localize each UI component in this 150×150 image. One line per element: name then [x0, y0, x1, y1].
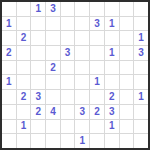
- cell-r6c1-clue[interactable]: 1: [2, 75, 16, 89]
- cell-r8c6-clue[interactable]: 3: [75, 105, 89, 119]
- cell-r4c10-clue[interactable]: 3: [134, 46, 148, 60]
- cell-r7c3-clue[interactable]: 3: [31, 90, 45, 104]
- cell-r8c10[interactable]: [134, 105, 148, 119]
- cell-r7c5[interactable]: [61, 90, 75, 104]
- cell-r3c3[interactable]: [31, 31, 45, 45]
- cell-r10c7[interactable]: [90, 134, 104, 148]
- cell-r8c1[interactable]: [2, 105, 16, 119]
- cell-r1c1[interactable]: [2, 2, 16, 16]
- cell-r2c4[interactable]: [46, 17, 60, 31]
- cell-r10c2[interactable]: [17, 134, 31, 148]
- cell-r1c2[interactable]: [17, 2, 31, 16]
- cell-r4c1-clue[interactable]: 2: [2, 46, 16, 60]
- cell-r3c1[interactable]: [2, 31, 16, 45]
- cell-r9c1[interactable]: [2, 120, 16, 134]
- cell-r4c8-clue[interactable]: 1: [105, 46, 119, 60]
- cell-r10c1[interactable]: [2, 134, 16, 148]
- cell-r1c6[interactable]: [75, 2, 89, 16]
- cell-r1c3-clue[interactable]: 1: [31, 2, 45, 16]
- cell-r10c3[interactable]: [31, 134, 45, 148]
- cell-r5c5[interactable]: [61, 61, 75, 75]
- cell-r10c10[interactable]: [134, 134, 148, 148]
- cell-r5c4-clue[interactable]: 2: [46, 61, 60, 75]
- cell-r8c2[interactable]: [17, 105, 31, 119]
- cell-r4c3[interactable]: [31, 46, 45, 60]
- puzzle-board: 13131212313211232124323111: [0, 0, 150, 150]
- cell-r5c1[interactable]: [2, 61, 16, 75]
- cell-r7c9[interactable]: [120, 90, 134, 104]
- cell-r3c5[interactable]: [61, 31, 75, 45]
- cell-r7c1[interactable]: [2, 90, 16, 104]
- cell-r8c5[interactable]: [61, 105, 75, 119]
- cell-r1c5[interactable]: [61, 2, 75, 16]
- cell-r6c9[interactable]: [120, 75, 134, 89]
- cell-r6c2[interactable]: [17, 75, 31, 89]
- cell-r2c10[interactable]: [134, 17, 148, 31]
- cell-r10c6-clue[interactable]: 1: [75, 134, 89, 148]
- cell-r4c5-clue[interactable]: 3: [61, 46, 75, 60]
- cell-r1c9[interactable]: [120, 2, 134, 16]
- cell-r7c10-clue[interactable]: 1: [134, 90, 148, 104]
- cell-r4c4[interactable]: [46, 46, 60, 60]
- cell-r6c3[interactable]: [31, 75, 45, 89]
- cell-r3c4[interactable]: [46, 31, 60, 45]
- cell-r3c8[interactable]: [105, 31, 119, 45]
- cell-r9c2-clue[interactable]: 1: [17, 120, 31, 134]
- cell-r7c4[interactable]: [46, 90, 60, 104]
- cell-r6c10[interactable]: [134, 75, 148, 89]
- cell-r2c1-clue[interactable]: 1: [2, 17, 16, 31]
- cell-r5c7[interactable]: [90, 61, 104, 75]
- cell-r6c7-clue[interactable]: 1: [90, 75, 104, 89]
- cell-r6c8[interactable]: [105, 75, 119, 89]
- cell-r6c4[interactable]: [46, 75, 60, 89]
- cell-r4c7[interactable]: [90, 46, 104, 60]
- cell-r3c2-clue[interactable]: 2: [17, 31, 31, 45]
- cell-r5c9[interactable]: [120, 61, 134, 75]
- cell-r8c9[interactable]: [120, 105, 134, 119]
- cell-r4c6[interactable]: [75, 46, 89, 60]
- cell-r3c10-clue[interactable]: 1: [134, 31, 148, 45]
- cell-r5c2[interactable]: [17, 61, 31, 75]
- cell-r9c8-clue[interactable]: 1: [105, 120, 119, 134]
- cell-r8c8-clue[interactable]: 3: [105, 105, 119, 119]
- cell-r4c9[interactable]: [120, 46, 134, 60]
- cell-r5c6[interactable]: [75, 61, 89, 75]
- cell-r1c8[interactable]: [105, 2, 119, 16]
- cell-r9c7[interactable]: [90, 120, 104, 134]
- cell-r3c6[interactable]: [75, 31, 89, 45]
- cell-r5c8[interactable]: [105, 61, 119, 75]
- cell-r2c5[interactable]: [61, 17, 75, 31]
- cell-r9c5[interactable]: [61, 120, 75, 134]
- cell-r5c3[interactable]: [31, 61, 45, 75]
- cell-r8c3-clue[interactable]: 2: [31, 105, 45, 119]
- cell-r10c9[interactable]: [120, 134, 134, 148]
- cell-r1c10[interactable]: [134, 2, 148, 16]
- cell-r2c3[interactable]: [31, 17, 45, 31]
- cell-r3c7[interactable]: [90, 31, 104, 45]
- cell-r8c7-clue[interactable]: 2: [90, 105, 104, 119]
- cell-r2c9[interactable]: [120, 17, 134, 31]
- cell-r2c2[interactable]: [17, 17, 31, 31]
- cell-r10c5[interactable]: [61, 134, 75, 148]
- cell-r7c2-clue[interactable]: 2: [17, 90, 31, 104]
- cell-r9c10[interactable]: [134, 120, 148, 134]
- cell-r10c4[interactable]: [46, 134, 60, 148]
- cell-r9c6[interactable]: [75, 120, 89, 134]
- cell-r9c4[interactable]: [46, 120, 60, 134]
- cell-r2c8-clue[interactable]: 1: [105, 17, 119, 31]
- cell-r2c6[interactable]: [75, 17, 89, 31]
- cell-r6c6[interactable]: [75, 75, 89, 89]
- cell-r9c9[interactable]: [120, 120, 134, 134]
- cell-r6c5[interactable]: [61, 75, 75, 89]
- cell-r4c2[interactable]: [17, 46, 31, 60]
- cell-r7c6[interactable]: [75, 90, 89, 104]
- cell-r1c4-clue[interactable]: 3: [46, 2, 60, 16]
- cell-r1c7[interactable]: [90, 2, 104, 16]
- cell-r8c4-clue[interactable]: 4: [46, 105, 60, 119]
- cell-r7c8-clue[interactable]: 2: [105, 90, 119, 104]
- cell-r3c9[interactable]: [120, 31, 134, 45]
- cell-r7c7[interactable]: [90, 90, 104, 104]
- cell-r5c10[interactable]: [134, 61, 148, 75]
- cell-r10c8[interactable]: [105, 134, 119, 148]
- cell-r2c7-clue[interactable]: 3: [90, 17, 104, 31]
- cell-r9c3[interactable]: [31, 120, 45, 134]
